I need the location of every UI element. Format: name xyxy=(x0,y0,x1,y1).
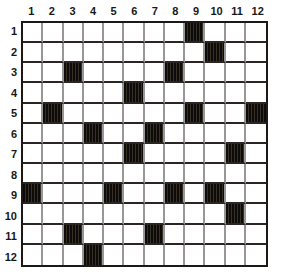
row-label-10: 10 xyxy=(0,206,19,227)
cell-r10c10[interactable] xyxy=(205,204,225,224)
cell-r9c2[interactable] xyxy=(43,184,63,204)
cell-r3c9[interactable] xyxy=(185,63,205,83)
cell-r1c7[interactable] xyxy=(145,23,165,43)
cell-r11c9[interactable] xyxy=(185,225,205,245)
col-label-11: 11 xyxy=(227,0,248,20)
cell-r1c12[interactable] xyxy=(246,23,266,43)
block-cell-r5c9[interactable] xyxy=(185,104,205,124)
col-label-8: 8 xyxy=(165,0,186,20)
block-cell-r3c3[interactable] xyxy=(64,63,84,83)
cell-r4c10[interactable] xyxy=(205,83,225,103)
row-label-5: 5 xyxy=(0,103,19,124)
cell-r7c3[interactable] xyxy=(64,144,84,164)
cell-r3c4[interactable] xyxy=(84,63,104,83)
cell-r4c3[interactable] xyxy=(64,83,84,103)
block-cell-r10c11[interactable] xyxy=(226,204,246,224)
cell-r10c12[interactable] xyxy=(246,204,266,224)
block-cell-r11c3[interactable] xyxy=(64,225,84,245)
col-label-1: 1 xyxy=(21,0,42,20)
block-cell-r12c4[interactable] xyxy=(84,245,104,265)
cell-r9c7[interactable] xyxy=(145,184,165,204)
cell-r4c2[interactable] xyxy=(43,83,63,103)
cell-r3c6[interactable] xyxy=(124,63,144,83)
cell-r8c2[interactable] xyxy=(43,164,63,184)
cell-r6c12[interactable] xyxy=(246,124,266,144)
cell-r8c8[interactable] xyxy=(165,164,185,184)
col-label-9: 9 xyxy=(186,0,207,20)
block-cell-r7c6[interactable] xyxy=(124,144,144,164)
cell-r2c7[interactable] xyxy=(145,43,165,63)
block-cell-r9c10[interactable] xyxy=(205,184,225,204)
cell-r7c1[interactable] xyxy=(23,144,43,164)
cell-r5c6[interactable] xyxy=(124,104,144,124)
block-cell-r6c4[interactable] xyxy=(84,124,104,144)
col-label-12: 12 xyxy=(247,0,268,20)
block-cell-r5c2[interactable] xyxy=(43,104,63,124)
cell-r11c4[interactable] xyxy=(84,225,104,245)
cell-r7c5[interactable] xyxy=(104,144,124,164)
cell-r1c11[interactable] xyxy=(226,23,246,43)
cell-r5c11[interactable] xyxy=(226,104,246,124)
block-cell-r9c1[interactable] xyxy=(23,184,43,204)
cell-r8c10[interactable] xyxy=(205,164,225,184)
cell-r2c5[interactable] xyxy=(104,43,124,63)
row-label-4: 4 xyxy=(0,83,19,104)
cell-r5c10[interactable] xyxy=(205,104,225,124)
cell-r3c1[interactable] xyxy=(23,63,43,83)
cell-r6c3[interactable] xyxy=(64,124,84,144)
block-cell-r1c9[interactable] xyxy=(185,23,205,43)
col-label-2: 2 xyxy=(42,0,63,20)
cell-r5c7[interactable] xyxy=(145,104,165,124)
cell-r2c2[interactable] xyxy=(43,43,63,63)
cell-r2c9[interactable] xyxy=(185,43,205,63)
cell-r4c7[interactable] xyxy=(145,83,165,103)
row-label-7: 7 xyxy=(0,144,19,165)
cell-r5c8[interactable] xyxy=(165,104,185,124)
cell-r7c8[interactable] xyxy=(165,144,185,164)
cell-r1c2[interactable] xyxy=(43,23,63,43)
cell-r3c5[interactable] xyxy=(104,63,124,83)
column-labels: 123456789101112 xyxy=(21,0,268,20)
cell-r12c10[interactable] xyxy=(205,245,225,265)
cell-r9c3[interactable] xyxy=(64,184,84,204)
cell-r12c9[interactable] xyxy=(185,245,205,265)
cell-r8c4[interactable] xyxy=(84,164,104,184)
row-label-1: 1 xyxy=(0,21,19,42)
cell-r9c6[interactable] xyxy=(124,184,144,204)
cell-r10c9[interactable] xyxy=(185,204,205,224)
row-label-3: 3 xyxy=(0,62,19,83)
cell-r8c7[interactable] xyxy=(145,164,165,184)
cell-r11c1[interactable] xyxy=(23,225,43,245)
cell-r11c12[interactable] xyxy=(246,225,266,245)
block-cell-r4c6[interactable] xyxy=(124,83,144,103)
col-label-6: 6 xyxy=(124,0,145,20)
cell-r12c8[interactable] xyxy=(165,245,185,265)
cell-r2c11[interactable] xyxy=(226,43,246,63)
cell-r4c12[interactable] xyxy=(246,83,266,103)
cell-r6c10[interactable] xyxy=(205,124,225,144)
row-label-6: 6 xyxy=(0,124,19,145)
cell-r7c10[interactable] xyxy=(205,144,225,164)
cell-r12c3[interactable] xyxy=(64,245,84,265)
col-label-7: 7 xyxy=(145,0,166,20)
cell-r10c3[interactable] xyxy=(64,204,84,224)
cell-r8c3[interactable] xyxy=(64,164,84,184)
cell-r8c6[interactable] xyxy=(124,164,144,184)
cell-r4c8[interactable] xyxy=(165,83,185,103)
cell-r3c7[interactable] xyxy=(145,63,165,83)
cell-r10c5[interactable] xyxy=(104,204,124,224)
cell-r12c5[interactable] xyxy=(104,245,124,265)
row-label-12: 12 xyxy=(0,247,19,268)
cell-r1c10[interactable] xyxy=(205,23,225,43)
cell-r12c6[interactable] xyxy=(124,245,144,265)
cell-r1c1[interactable] xyxy=(23,23,43,43)
cell-r9c4[interactable] xyxy=(84,184,104,204)
cell-r12c1[interactable] xyxy=(23,245,43,265)
cell-r12c2[interactable] xyxy=(43,245,63,265)
col-label-10: 10 xyxy=(206,0,227,20)
cell-r12c11[interactable] xyxy=(226,245,246,265)
block-cell-r7c11[interactable] xyxy=(226,144,246,164)
cell-r3c10[interactable] xyxy=(205,63,225,83)
cell-r11c6[interactable] xyxy=(124,225,144,245)
cell-r4c1[interactable] xyxy=(23,83,43,103)
cell-r11c2[interactable] xyxy=(43,225,63,245)
cell-r10c2[interactable] xyxy=(43,204,63,224)
cell-r8c5[interactable] xyxy=(104,164,124,184)
cell-r10c8[interactable] xyxy=(165,204,185,224)
cell-r6c2[interactable] xyxy=(43,124,63,144)
cell-r3c2[interactable] xyxy=(43,63,63,83)
cell-r2c4[interactable] xyxy=(84,43,104,63)
cell-r3c12[interactable] xyxy=(246,63,266,83)
cell-r9c9[interactable] xyxy=(185,184,205,204)
cell-r10c7[interactable] xyxy=(145,204,165,224)
row-label-9: 9 xyxy=(0,185,19,206)
cell-r1c8[interactable] xyxy=(165,23,185,43)
cell-r7c7[interactable] xyxy=(145,144,165,164)
cell-r4c5[interactable] xyxy=(104,83,124,103)
cell-r4c9[interactable] xyxy=(185,83,205,103)
row-label-2: 2 xyxy=(0,42,19,63)
cell-r2c1[interactable] xyxy=(23,43,43,63)
cell-r11c10[interactable] xyxy=(205,225,225,245)
block-cell-r9c5[interactable] xyxy=(104,184,124,204)
cell-r8c1[interactable] xyxy=(23,164,43,184)
cell-r6c5[interactable] xyxy=(104,124,124,144)
cell-r9c12[interactable] xyxy=(246,184,266,204)
col-label-3: 3 xyxy=(62,0,83,20)
cell-r10c1[interactable] xyxy=(23,204,43,224)
cell-r1c3[interactable] xyxy=(64,23,84,43)
cell-r10c4[interactable] xyxy=(84,204,104,224)
cell-r9c11[interactable] xyxy=(226,184,246,204)
cell-r11c11[interactable] xyxy=(226,225,246,245)
cell-r4c11[interactable] xyxy=(226,83,246,103)
cell-r5c5[interactable] xyxy=(104,104,124,124)
block-cell-r3c8[interactable] xyxy=(165,63,185,83)
cell-r2c8[interactable] xyxy=(165,43,185,63)
row-label-11: 11 xyxy=(0,226,19,247)
col-label-5: 5 xyxy=(103,0,124,20)
cell-r2c12[interactable] xyxy=(246,43,266,63)
cell-r7c4[interactable] xyxy=(84,144,104,164)
cell-r7c2[interactable] xyxy=(43,144,63,164)
cell-r4c4[interactable] xyxy=(84,83,104,103)
puzzle-board xyxy=(21,21,268,267)
col-label-4: 4 xyxy=(83,0,104,20)
cell-r5c3[interactable] xyxy=(64,104,84,124)
cell-r12c12[interactable] xyxy=(246,245,266,265)
cell-r1c4[interactable] xyxy=(84,23,104,43)
cell-r7c12[interactable] xyxy=(246,144,266,164)
row-label-8: 8 xyxy=(0,165,19,186)
cell-r8c11[interactable] xyxy=(226,164,246,184)
cell-r8c12[interactable] xyxy=(246,164,266,184)
cell-r1c6[interactable] xyxy=(124,23,144,43)
cell-r12c7[interactable] xyxy=(145,245,165,265)
cell-r6c11[interactable] xyxy=(226,124,246,144)
row-labels: 123456789101112 xyxy=(0,21,19,267)
cell-r2c6[interactable] xyxy=(124,43,144,63)
cell-r6c1[interactable] xyxy=(23,124,43,144)
cell-r1c5[interactable] xyxy=(104,23,124,43)
block-cell-r2c10[interactable] xyxy=(205,43,225,63)
block-cell-r11c7[interactable] xyxy=(145,225,165,245)
cell-r10c6[interactable] xyxy=(124,204,144,224)
block-cell-r9c8[interactable] xyxy=(165,184,185,204)
cell-r11c8[interactable] xyxy=(165,225,185,245)
cell-r2c3[interactable] xyxy=(64,43,84,63)
cell-r11c5[interactable] xyxy=(104,225,124,245)
cell-r3c11[interactable] xyxy=(226,63,246,83)
cell-r6c9[interactable] xyxy=(185,124,205,144)
block-cell-r6c7[interactable] xyxy=(145,124,165,144)
cell-r6c6[interactable] xyxy=(124,124,144,144)
block-cell-r5c12[interactable] xyxy=(246,104,266,124)
cell-r5c1[interactable] xyxy=(23,104,43,124)
puzzle-page: 123456789101112 123456789101112 xyxy=(0,0,281,279)
cell-r5c4[interactable] xyxy=(84,104,104,124)
cell-r7c9[interactable] xyxy=(185,144,205,164)
cell-r8c9[interactable] xyxy=(185,164,205,184)
cell-r6c8[interactable] xyxy=(165,124,185,144)
